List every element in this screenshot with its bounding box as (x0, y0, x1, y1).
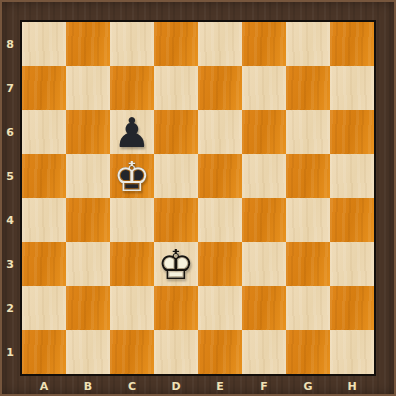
square-f7[interactable] (242, 66, 286, 110)
rank-label-1: 1 (0, 330, 20, 374)
square-a6[interactable] (22, 110, 66, 154)
square-e5[interactable] (198, 154, 242, 198)
square-h2[interactable] (330, 286, 374, 330)
rank-label-7: 7 (0, 66, 20, 110)
file-label-c: C (110, 376, 154, 396)
square-f8[interactable] (242, 22, 286, 66)
square-c1[interactable] (110, 330, 154, 374)
piece-black-pawn[interactable]: ♟ (110, 110, 154, 154)
square-d7[interactable] (154, 66, 198, 110)
chess-board: ♟♚♔♚♔ (20, 20, 376, 376)
square-d1[interactable] (154, 330, 198, 374)
square-g6[interactable] (286, 110, 330, 154)
rank-label-8: 8 (0, 22, 20, 66)
file-label-e: E (198, 376, 242, 396)
square-f5[interactable] (242, 154, 286, 198)
file-labels: A B C D E F G H (22, 376, 374, 396)
file-label-b: B (66, 376, 110, 396)
square-b3[interactable] (66, 242, 110, 286)
square-a8[interactable] (22, 22, 66, 66)
square-f3[interactable] (242, 242, 286, 286)
square-a4[interactable] (22, 198, 66, 242)
black-pawn-glyph-base: ♟ (110, 110, 154, 154)
square-h8[interactable] (330, 22, 374, 66)
square-e1[interactable] (198, 330, 242, 374)
rank-label-2: 2 (0, 286, 20, 330)
square-d4[interactable] (154, 198, 198, 242)
square-g5[interactable] (286, 154, 330, 198)
square-e7[interactable] (198, 66, 242, 110)
square-g7[interactable] (286, 66, 330, 110)
square-g8[interactable] (286, 22, 330, 66)
square-b7[interactable] (66, 66, 110, 110)
square-e2[interactable] (198, 286, 242, 330)
square-a2[interactable] (22, 286, 66, 330)
square-c2[interactable] (110, 286, 154, 330)
square-h5[interactable] (330, 154, 374, 198)
square-e8[interactable] (198, 22, 242, 66)
square-e4[interactable] (198, 198, 242, 242)
square-c5[interactable]: ♚♔ (110, 154, 154, 198)
white-king-glyph-outline: ♔ (154, 242, 198, 286)
file-label-g: G (286, 376, 330, 396)
file-label-a: A (22, 376, 66, 396)
square-b8[interactable] (66, 22, 110, 66)
square-a5[interactable] (22, 154, 66, 198)
square-g1[interactable] (286, 330, 330, 374)
square-e6[interactable] (198, 110, 242, 154)
rank-labels: 8 7 6 5 4 3 2 1 (0, 22, 20, 374)
rank-label-4: 4 (0, 198, 20, 242)
rank-label-5: 5 (0, 154, 20, 198)
square-b4[interactable] (66, 198, 110, 242)
square-h4[interactable] (330, 198, 374, 242)
piece-white-king[interactable]: ♚♔ (154, 242, 198, 286)
board-frame: 8 7 6 5 4 3 2 1 ♟♚♔♚♔ A B C D E F G H (0, 0, 396, 396)
square-d3[interactable]: ♚♔ (154, 242, 198, 286)
square-c6[interactable]: ♟ (110, 110, 154, 154)
square-b1[interactable] (66, 330, 110, 374)
square-g4[interactable] (286, 198, 330, 242)
square-d5[interactable] (154, 154, 198, 198)
rank-label-3: 3 (0, 242, 20, 286)
rank-label-6: 6 (0, 110, 20, 154)
square-g2[interactable] (286, 286, 330, 330)
square-f1[interactable] (242, 330, 286, 374)
square-a7[interactable] (22, 66, 66, 110)
square-a3[interactable] (22, 242, 66, 286)
square-h1[interactable] (330, 330, 374, 374)
square-b6[interactable] (66, 110, 110, 154)
square-c7[interactable] (110, 66, 154, 110)
file-label-d: D (154, 376, 198, 396)
black-king-glyph-outline: ♔ (110, 154, 154, 198)
square-c8[interactable] (110, 22, 154, 66)
square-d8[interactable] (154, 22, 198, 66)
file-label-f: F (242, 376, 286, 396)
square-d6[interactable] (154, 110, 198, 154)
square-f6[interactable] (242, 110, 286, 154)
square-e3[interactable] (198, 242, 242, 286)
square-h6[interactable] (330, 110, 374, 154)
square-c3[interactable] (110, 242, 154, 286)
square-a1[interactable] (22, 330, 66, 374)
square-b5[interactable] (66, 154, 110, 198)
square-d2[interactable] (154, 286, 198, 330)
file-label-h: H (330, 376, 374, 396)
square-f2[interactable] (242, 286, 286, 330)
square-c4[interactable] (110, 198, 154, 242)
square-h7[interactable] (330, 66, 374, 110)
square-h3[interactable] (330, 242, 374, 286)
square-b2[interactable] (66, 286, 110, 330)
square-f4[interactable] (242, 198, 286, 242)
piece-black-king[interactable]: ♚♔ (110, 154, 154, 198)
square-g3[interactable] (286, 242, 330, 286)
